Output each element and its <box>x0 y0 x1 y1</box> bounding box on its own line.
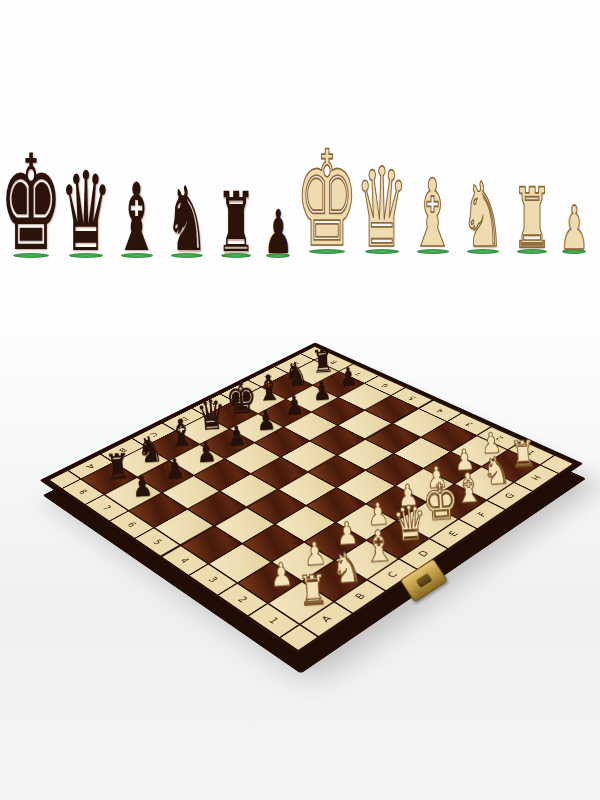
black-pawn-c7: ♟ <box>190 437 223 467</box>
rank-label-text: 3 <box>463 421 475 428</box>
lineup-light-knight: ♞ <box>459 188 507 254</box>
white-knight-b1: ♞ <box>327 546 365 590</box>
rank-label-text: 1 <box>266 615 281 625</box>
black-pawn-f7: ♟ <box>279 391 310 419</box>
pawn-icon: ♟ <box>559 204 588 252</box>
knight-icon: ♞ <box>461 180 504 252</box>
file-label-text: C <box>385 570 400 579</box>
queen-icon: ♛ <box>60 168 113 256</box>
bishop-icon: ♝ <box>114 181 159 256</box>
clasp-pin-icon <box>416 573 433 588</box>
lineup-dark-rook: ♜ <box>214 197 258 258</box>
rank-label-text: 7 <box>100 504 114 512</box>
file-label-text: E <box>446 530 460 538</box>
rank-label-text: 6 <box>379 382 390 388</box>
file-label-text: F <box>475 511 489 519</box>
white-rook-a1: ♜ <box>293 569 332 612</box>
file-label-text: B <box>353 592 368 602</box>
rank-label-text: 2 <box>235 595 250 605</box>
file-label-text: A <box>319 614 334 624</box>
black-pawn-e7: ♟ <box>250 406 281 435</box>
square-h4 <box>393 409 446 437</box>
white-bishop-c1: ♝ <box>360 524 398 569</box>
file-label-text: D <box>416 549 431 558</box>
rank-label-text: 5 <box>150 538 164 546</box>
rank-label-text: 3 <box>206 575 221 584</box>
lineup-light-rook: ♜ <box>510 193 554 254</box>
black-pawn-a7: ♟ <box>125 471 159 502</box>
file-label-text: H <box>529 474 543 482</box>
rook-icon: ♜ <box>216 190 256 256</box>
rank-label-text: 6 <box>125 520 139 528</box>
bishop-icon: ♝ <box>410 177 455 252</box>
queen-icon: ♛ <box>356 164 409 252</box>
black-pawn-h7: ♟ <box>333 363 363 390</box>
black-pawn-g7: ♟ <box>307 377 337 405</box>
file-label-text: G <box>503 492 518 500</box>
chess-board: ABCDEFGH8♜♞♝♛♚♝♞♜87♟♟♟♟♟♟♟♟7665544332♟♟♟… <box>40 343 584 659</box>
white-queen-d1: ♛ <box>391 499 428 549</box>
rank-label-text: 4 <box>434 408 446 414</box>
lineup-light-pieces: ♚♛♝♞♜♟ <box>300 130 591 254</box>
king-icon: ♚ <box>295 146 358 252</box>
lineup-dark-king: ♚ <box>4 162 58 258</box>
lineup-light-queen: ♛ <box>357 174 407 254</box>
lineup-light-pawn: ♟ <box>557 209 591 254</box>
lineup-dark-pawn: ♟ <box>261 213 295 258</box>
product-photo: ♚♛♝♞♜♟ ♚♛♝♞♜♟ ABCDEFGH8♜♞♝♛♚♝♞♜87♟♟♟♟♟♟♟… <box>0 0 600 800</box>
lineup-dark-knight: ♞ <box>163 192 211 258</box>
rook-icon: ♜ <box>512 186 552 252</box>
rank-label-text: 8 <box>76 488 89 495</box>
file-label-text: A <box>85 463 97 470</box>
king-icon: ♚ <box>0 150 63 256</box>
rank-label-text: 5 <box>406 395 418 401</box>
lineup-dark-bishop: ♝ <box>114 189 160 258</box>
lineup-dark-pieces: ♚♛♝♞♜♟ <box>4 134 295 258</box>
black-pawn-b7: ♟ <box>158 454 191 484</box>
black-pawn-d7: ♟ <box>221 421 253 450</box>
lineup-dark-queen: ♛ <box>61 178 111 258</box>
knight-icon: ♞ <box>165 184 208 256</box>
lineup-light-bishop: ♝ <box>410 185 456 254</box>
lineup-light-king: ♚ <box>300 158 354 254</box>
pawn-icon: ♟ <box>263 208 292 256</box>
rank-label-text: 4 <box>177 556 191 565</box>
